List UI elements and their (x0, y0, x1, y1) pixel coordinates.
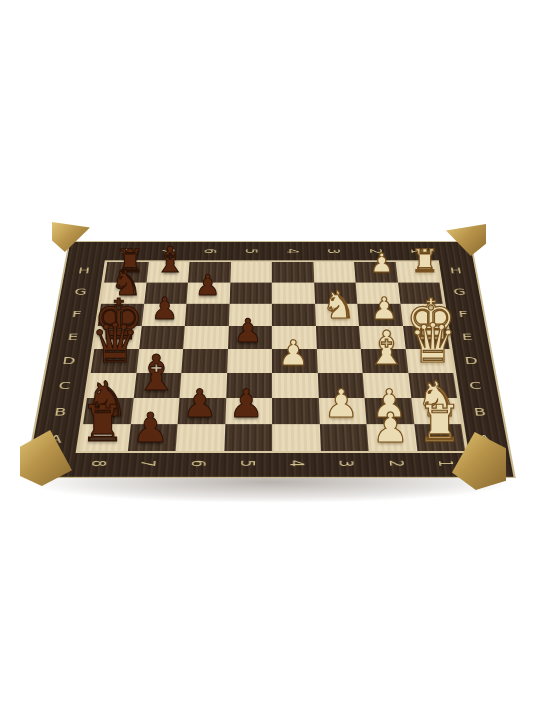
piece-white-knight-f3[interactable]: ♞ (320, 287, 358, 325)
piece-white-pawn-b3[interactable]: ♟ (322, 384, 361, 423)
square-a3[interactable] (319, 424, 368, 451)
rank-label-5: 5 (224, 449, 269, 478)
file-label-H: H (435, 260, 477, 281)
rank-label-4: 4 (274, 241, 312, 261)
piece-black-pawn-b6[interactable]: ♟ (180, 384, 219, 423)
square-g4[interactable] (272, 282, 315, 303)
square-h5[interactable] (230, 262, 272, 283)
rank-label-7: 7 (124, 449, 172, 478)
product-photo: 87654321 87654321 HGFEDCBA HGFEDCBA ♜♞♚♛… (0, 0, 540, 720)
piece-black-pawn-e5[interactable]: ♟ (232, 315, 265, 348)
square-f6[interactable] (185, 304, 229, 326)
rank-labels-bottom: 87654321 (72, 451, 472, 477)
rank-label-8: 8 (74, 449, 123, 478)
square-a5[interactable] (224, 424, 272, 451)
rank-label-3: 3 (315, 241, 354, 261)
rank-label-4: 4 (274, 449, 320, 478)
piece-black-rook-a8[interactable]: ♜ (77, 399, 127, 449)
square-e3[interactable] (315, 326, 360, 349)
file-label-D: D (46, 349, 92, 373)
piece-white-queen-d1[interactable]: ♛ (406, 317, 460, 371)
piece-black-bishop-h7[interactable]: ♝ (152, 242, 187, 277)
rank-label-3: 3 (323, 449, 370, 478)
square-c4[interactable] (272, 373, 318, 398)
piece-white-pawn-d4[interactable]: ♟ (276, 336, 311, 371)
square-d3[interactable] (316, 349, 362, 373)
piece-white-pawn-h2[interactable]: ♟ (369, 250, 395, 276)
piece-white-rook-a1[interactable]: ♜ (414, 399, 464, 449)
piece-black-bishop-c7[interactable]: ♝ (132, 349, 182, 399)
piece-white-bishop-d2[interactable]: ♝ (363, 325, 410, 372)
piece-black-pawn-g6[interactable]: ♟ (194, 272, 222, 300)
file-label-H: H (63, 260, 105, 281)
square-d5[interactable] (227, 349, 272, 373)
square-a4[interactable] (272, 424, 320, 451)
piece-black-pawn-f7[interactable]: ♟ (149, 294, 180, 325)
square-f4[interactable] (272, 304, 316, 326)
square-d6[interactable] (181, 349, 227, 373)
piece-black-pawn-b5[interactable]: ♟ (227, 384, 266, 423)
square-g5[interactable] (229, 282, 272, 303)
square-h3[interactable] (313, 262, 356, 283)
square-e6[interactable] (183, 326, 228, 349)
square-a6[interactable] (176, 424, 225, 451)
piece-white-rook-h1[interactable]: ♜ (409, 245, 441, 277)
rank-label-5: 5 (232, 241, 270, 261)
piece-black-pawn-a7[interactable]: ♟ (130, 408, 171, 449)
square-h4[interactable] (272, 262, 314, 283)
square-b4[interactable] (272, 398, 319, 424)
piece-white-pawn-f2[interactable]: ♟ (369, 294, 400, 325)
piece-white-pawn-a2[interactable]: ♟ (370, 408, 411, 449)
rank-label-6: 6 (174, 449, 221, 478)
rank-label-6: 6 (190, 241, 229, 261)
rank-label-2: 2 (372, 449, 420, 478)
